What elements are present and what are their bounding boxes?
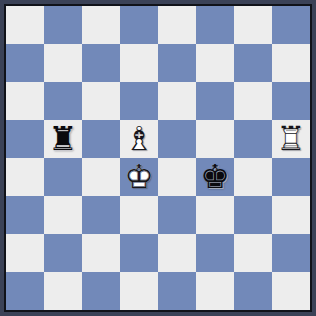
square-f6[interactable] bbox=[196, 82, 234, 120]
square-b3[interactable] bbox=[44, 196, 82, 234]
white-king-outline-glyph: ♔ bbox=[120, 158, 158, 196]
piece-white-rook[interactable]: ♜♖ bbox=[272, 120, 310, 158]
square-h7[interactable] bbox=[272, 44, 310, 82]
square-e8[interactable] bbox=[158, 6, 196, 44]
square-f2[interactable] bbox=[196, 234, 234, 272]
square-c2[interactable] bbox=[82, 234, 120, 272]
square-d8[interactable] bbox=[120, 6, 158, 44]
black-rook-glyph: ♜ bbox=[44, 120, 82, 158]
square-c5[interactable] bbox=[82, 120, 120, 158]
square-d1[interactable] bbox=[120, 272, 158, 310]
square-h2[interactable] bbox=[272, 234, 310, 272]
square-e1[interactable] bbox=[158, 272, 196, 310]
square-a7[interactable] bbox=[6, 44, 44, 82]
square-a5[interactable] bbox=[6, 120, 44, 158]
square-e7[interactable] bbox=[158, 44, 196, 82]
square-h3[interactable] bbox=[272, 196, 310, 234]
piece-white-bishop[interactable]: ♝♗ bbox=[120, 120, 158, 158]
square-f1[interactable] bbox=[196, 272, 234, 310]
square-c8[interactable] bbox=[82, 6, 120, 44]
square-c7[interactable] bbox=[82, 44, 120, 82]
square-g5[interactable] bbox=[234, 120, 272, 158]
square-e5[interactable] bbox=[158, 120, 196, 158]
square-d7[interactable] bbox=[120, 44, 158, 82]
square-a4[interactable] bbox=[6, 158, 44, 196]
square-h8[interactable] bbox=[272, 6, 310, 44]
square-d3[interactable] bbox=[120, 196, 158, 234]
square-b7[interactable] bbox=[44, 44, 82, 82]
square-f5[interactable] bbox=[196, 120, 234, 158]
board-inner-border: ♜♝♗♜♖♚♔♚ bbox=[4, 4, 312, 312]
square-d4[interactable]: ♚♔ bbox=[120, 158, 158, 196]
square-h6[interactable] bbox=[272, 82, 310, 120]
square-e3[interactable] bbox=[158, 196, 196, 234]
square-f4[interactable]: ♚ bbox=[196, 158, 234, 196]
square-g2[interactable] bbox=[234, 234, 272, 272]
board-frame: ♜♝♗♜♖♚♔♚ bbox=[0, 0, 316, 316]
square-c4[interactable] bbox=[82, 158, 120, 196]
square-c3[interactable] bbox=[82, 196, 120, 234]
square-b8[interactable] bbox=[44, 6, 82, 44]
square-h1[interactable] bbox=[272, 272, 310, 310]
square-d5[interactable]: ♝♗ bbox=[120, 120, 158, 158]
square-a1[interactable] bbox=[6, 272, 44, 310]
square-g7[interactable] bbox=[234, 44, 272, 82]
square-h4[interactable] bbox=[272, 158, 310, 196]
square-a2[interactable] bbox=[6, 234, 44, 272]
square-d2[interactable] bbox=[120, 234, 158, 272]
piece-black-king[interactable]: ♚ bbox=[196, 158, 234, 196]
white-bishop-outline-glyph: ♗ bbox=[120, 120, 158, 158]
square-b2[interactable] bbox=[44, 234, 82, 272]
square-g6[interactable] bbox=[234, 82, 272, 120]
square-a3[interactable] bbox=[6, 196, 44, 234]
square-f7[interactable] bbox=[196, 44, 234, 82]
square-e2[interactable] bbox=[158, 234, 196, 272]
square-f8[interactable] bbox=[196, 6, 234, 44]
square-f3[interactable] bbox=[196, 196, 234, 234]
black-king-glyph: ♚ bbox=[196, 158, 234, 196]
chess-board: ♜♝♗♜♖♚♔♚ bbox=[6, 6, 310, 310]
square-b6[interactable] bbox=[44, 82, 82, 120]
white-rook-outline-glyph: ♖ bbox=[272, 120, 310, 158]
square-b5[interactable]: ♜ bbox=[44, 120, 82, 158]
square-c1[interactable] bbox=[82, 272, 120, 310]
square-g8[interactable] bbox=[234, 6, 272, 44]
square-d6[interactable] bbox=[120, 82, 158, 120]
square-g4[interactable] bbox=[234, 158, 272, 196]
square-b4[interactable] bbox=[44, 158, 82, 196]
square-g3[interactable] bbox=[234, 196, 272, 234]
square-h5[interactable]: ♜♖ bbox=[272, 120, 310, 158]
piece-white-king[interactable]: ♚♔ bbox=[120, 158, 158, 196]
square-b1[interactable] bbox=[44, 272, 82, 310]
square-e6[interactable] bbox=[158, 82, 196, 120]
piece-black-rook[interactable]: ♜ bbox=[44, 120, 82, 158]
square-e4[interactable] bbox=[158, 158, 196, 196]
square-c6[interactable] bbox=[82, 82, 120, 120]
square-g1[interactable] bbox=[234, 272, 272, 310]
square-a8[interactable] bbox=[6, 6, 44, 44]
square-a6[interactable] bbox=[6, 82, 44, 120]
